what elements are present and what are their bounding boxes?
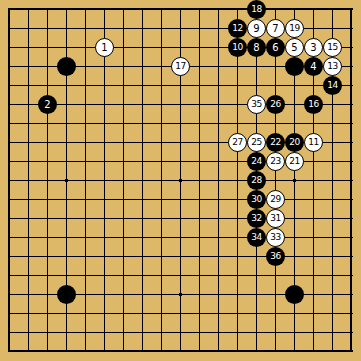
intersection[interactable] [171, 323, 190, 342]
intersection[interactable]: 7 [266, 19, 285, 38]
intersection[interactable] [209, 0, 228, 19]
intersection[interactable] [0, 190, 19, 209]
intersection[interactable]: 12 [228, 19, 247, 38]
intersection[interactable] [38, 171, 57, 190]
intersection[interactable] [323, 114, 342, 133]
intersection[interactable] [152, 228, 171, 247]
intersection[interactable] [285, 228, 304, 247]
intersection[interactable] [19, 304, 38, 323]
intersection[interactable] [228, 304, 247, 323]
intersection[interactable] [133, 228, 152, 247]
intersection[interactable] [95, 114, 114, 133]
intersection[interactable] [114, 342, 133, 361]
intersection[interactable] [228, 190, 247, 209]
intersection[interactable] [133, 171, 152, 190]
intersection[interactable] [209, 342, 228, 361]
intersection[interactable] [114, 0, 133, 19]
intersection[interactable] [19, 228, 38, 247]
intersection[interactable] [228, 342, 247, 361]
intersection[interactable] [76, 323, 95, 342]
intersection[interactable] [285, 76, 304, 95]
intersection[interactable] [152, 171, 171, 190]
intersection[interactable] [342, 57, 361, 76]
intersection[interactable] [228, 247, 247, 266]
intersection[interactable] [342, 171, 361, 190]
intersection[interactable] [76, 342, 95, 361]
intersection[interactable] [171, 38, 190, 57]
intersection[interactable] [19, 133, 38, 152]
intersection[interactable] [304, 0, 323, 19]
intersection[interactable] [38, 323, 57, 342]
intersection[interactable] [323, 285, 342, 304]
intersection[interactable] [0, 247, 19, 266]
intersection[interactable] [57, 323, 76, 342]
intersection[interactable] [95, 342, 114, 361]
intersection[interactable]: 35 [247, 95, 266, 114]
intersection[interactable]: 4 [304, 57, 323, 76]
intersection[interactable] [190, 171, 209, 190]
intersection[interactable] [266, 285, 285, 304]
intersection[interactable] [323, 152, 342, 171]
intersection[interactable] [114, 228, 133, 247]
intersection[interactable] [95, 304, 114, 323]
intersection[interactable]: 17 [171, 57, 190, 76]
intersection[interactable] [304, 342, 323, 361]
intersection[interactable] [57, 57, 76, 76]
intersection[interactable] [323, 19, 342, 38]
intersection[interactable] [342, 228, 361, 247]
intersection[interactable] [171, 285, 190, 304]
intersection[interactable]: 10 [228, 38, 247, 57]
intersection[interactable] [114, 19, 133, 38]
intersection[interactable] [133, 285, 152, 304]
intersection[interactable] [171, 247, 190, 266]
intersection[interactable] [95, 323, 114, 342]
intersection[interactable] [133, 38, 152, 57]
intersection[interactable] [0, 266, 19, 285]
intersection[interactable] [38, 209, 57, 228]
intersection[interactable] [190, 228, 209, 247]
intersection[interactable] [114, 209, 133, 228]
intersection[interactable] [19, 171, 38, 190]
intersection[interactable]: 30 [247, 190, 266, 209]
intersection[interactable]: 25 [247, 133, 266, 152]
intersection[interactable] [0, 342, 19, 361]
intersection[interactable] [95, 57, 114, 76]
intersection[interactable]: 23 [266, 152, 285, 171]
intersection[interactable] [0, 76, 19, 95]
intersection[interactable] [95, 209, 114, 228]
intersection[interactable] [133, 304, 152, 323]
intersection[interactable]: 2 [38, 95, 57, 114]
intersection[interactable] [57, 266, 76, 285]
intersection[interactable] [190, 342, 209, 361]
intersection[interactable] [152, 57, 171, 76]
intersection[interactable] [285, 95, 304, 114]
intersection[interactable] [95, 76, 114, 95]
intersection[interactable] [38, 285, 57, 304]
intersection[interactable] [323, 0, 342, 19]
intersection[interactable] [38, 190, 57, 209]
intersection[interactable] [304, 152, 323, 171]
intersection[interactable] [95, 247, 114, 266]
intersection[interactable] [19, 95, 38, 114]
intersection[interactable] [0, 38, 19, 57]
intersection[interactable] [171, 95, 190, 114]
intersection[interactable] [0, 171, 19, 190]
intersection[interactable] [38, 38, 57, 57]
intersection[interactable] [152, 247, 171, 266]
intersection[interactable] [342, 38, 361, 57]
intersection[interactable] [0, 323, 19, 342]
intersection[interactable] [76, 38, 95, 57]
intersection[interactable] [0, 285, 19, 304]
intersection[interactable] [171, 266, 190, 285]
intersection[interactable] [57, 152, 76, 171]
intersection[interactable]: 18 [247, 0, 266, 19]
intersection[interactable] [190, 0, 209, 19]
intersection[interactable] [133, 114, 152, 133]
intersection[interactable] [228, 95, 247, 114]
intersection[interactable] [114, 95, 133, 114]
intersection[interactable]: 8 [247, 38, 266, 57]
intersection[interactable] [190, 152, 209, 171]
intersection[interactable] [171, 0, 190, 19]
intersection[interactable] [266, 57, 285, 76]
intersection[interactable] [342, 133, 361, 152]
intersection[interactable] [19, 38, 38, 57]
intersection[interactable] [304, 266, 323, 285]
intersection[interactable] [0, 57, 19, 76]
intersection[interactable] [209, 152, 228, 171]
intersection[interactable] [76, 209, 95, 228]
intersection[interactable] [190, 133, 209, 152]
intersection[interactable] [285, 0, 304, 19]
intersection[interactable] [152, 152, 171, 171]
intersection[interactable] [285, 171, 304, 190]
intersection[interactable]: 16 [304, 95, 323, 114]
intersection[interactable] [0, 304, 19, 323]
intersection[interactable] [247, 266, 266, 285]
intersection[interactable] [19, 209, 38, 228]
intersection[interactable] [266, 114, 285, 133]
intersection[interactable] [38, 152, 57, 171]
intersection[interactable] [38, 0, 57, 19]
intersection[interactable] [342, 152, 361, 171]
intersection[interactable] [38, 133, 57, 152]
intersection[interactable] [285, 247, 304, 266]
intersection[interactable] [133, 266, 152, 285]
intersection[interactable] [57, 228, 76, 247]
intersection[interactable] [76, 152, 95, 171]
intersection[interactable] [19, 0, 38, 19]
intersection[interactable] [266, 342, 285, 361]
intersection[interactable] [342, 247, 361, 266]
intersection[interactable] [19, 323, 38, 342]
intersection[interactable] [171, 209, 190, 228]
intersection[interactable] [95, 152, 114, 171]
intersection[interactable] [76, 0, 95, 19]
intersection[interactable] [228, 114, 247, 133]
intersection[interactable] [285, 323, 304, 342]
intersection[interactable] [190, 323, 209, 342]
intersection[interactable] [76, 57, 95, 76]
intersection[interactable] [228, 0, 247, 19]
intersection[interactable]: 31 [266, 209, 285, 228]
intersection[interactable] [76, 19, 95, 38]
intersection[interactable] [209, 76, 228, 95]
intersection[interactable] [209, 247, 228, 266]
intersection[interactable] [247, 323, 266, 342]
intersection[interactable] [133, 95, 152, 114]
intersection[interactable] [133, 209, 152, 228]
intersection[interactable]: 14 [323, 76, 342, 95]
intersection[interactable] [95, 285, 114, 304]
intersection[interactable] [57, 19, 76, 38]
intersection[interactable] [228, 76, 247, 95]
intersection[interactable] [19, 342, 38, 361]
intersection[interactable] [0, 114, 19, 133]
intersection[interactable] [171, 152, 190, 171]
intersection[interactable] [285, 304, 304, 323]
intersection[interactable] [152, 304, 171, 323]
intersection[interactable] [114, 133, 133, 152]
intersection[interactable] [323, 247, 342, 266]
intersection[interactable] [57, 133, 76, 152]
intersection[interactable] [76, 95, 95, 114]
intersection[interactable] [133, 190, 152, 209]
intersection[interactable] [133, 57, 152, 76]
intersection[interactable] [285, 209, 304, 228]
intersection[interactable] [228, 152, 247, 171]
intersection[interactable] [304, 304, 323, 323]
intersection[interactable] [342, 323, 361, 342]
intersection[interactable] [266, 171, 285, 190]
intersection[interactable] [266, 0, 285, 19]
intersection[interactable] [19, 114, 38, 133]
intersection[interactable] [57, 38, 76, 57]
intersection[interactable] [209, 95, 228, 114]
intersection[interactable] [323, 171, 342, 190]
intersection[interactable] [38, 76, 57, 95]
intersection[interactable]: 13 [323, 57, 342, 76]
intersection[interactable] [342, 342, 361, 361]
intersection[interactable] [209, 209, 228, 228]
intersection[interactable] [190, 266, 209, 285]
intersection[interactable] [57, 0, 76, 19]
intersection[interactable] [76, 133, 95, 152]
intersection[interactable] [38, 247, 57, 266]
intersection[interactable] [95, 95, 114, 114]
intersection[interactable] [228, 266, 247, 285]
intersection[interactable] [19, 247, 38, 266]
intersection[interactable] [38, 304, 57, 323]
intersection[interactable] [76, 190, 95, 209]
intersection[interactable] [209, 266, 228, 285]
intersection[interactable] [285, 266, 304, 285]
intersection[interactable] [171, 228, 190, 247]
intersection[interactable] [190, 190, 209, 209]
intersection[interactable] [95, 19, 114, 38]
intersection[interactable] [171, 19, 190, 38]
intersection[interactable] [190, 114, 209, 133]
intersection[interactable] [342, 19, 361, 38]
intersection[interactable] [247, 342, 266, 361]
intersection[interactable] [114, 152, 133, 171]
intersection[interactable] [114, 38, 133, 57]
intersection[interactable] [285, 57, 304, 76]
intersection[interactable] [114, 114, 133, 133]
intersection[interactable] [0, 0, 19, 19]
intersection[interactable] [95, 0, 114, 19]
intersection[interactable] [0, 228, 19, 247]
intersection[interactable] [57, 95, 76, 114]
intersection[interactable] [152, 114, 171, 133]
intersection[interactable]: 21 [285, 152, 304, 171]
intersection[interactable] [95, 133, 114, 152]
intersection[interactable] [342, 76, 361, 95]
intersection[interactable] [323, 304, 342, 323]
intersection[interactable] [76, 228, 95, 247]
intersection[interactable] [247, 304, 266, 323]
intersection[interactable] [304, 76, 323, 95]
intersection[interactable] [304, 285, 323, 304]
intersection[interactable] [19, 57, 38, 76]
intersection[interactable] [266, 266, 285, 285]
intersection[interactable] [57, 342, 76, 361]
intersection[interactable]: 24 [247, 152, 266, 171]
intersection[interactable] [304, 171, 323, 190]
intersection[interactable] [0, 152, 19, 171]
intersection[interactable] [76, 76, 95, 95]
intersection[interactable] [76, 114, 95, 133]
intersection[interactable] [342, 304, 361, 323]
intersection[interactable] [133, 133, 152, 152]
intersection[interactable] [57, 285, 76, 304]
intersection[interactable]: 33 [266, 228, 285, 247]
intersection[interactable] [323, 190, 342, 209]
intersection[interactable]: 32 [247, 209, 266, 228]
intersection[interactable] [209, 285, 228, 304]
intersection[interactable] [323, 209, 342, 228]
intersection[interactable] [304, 228, 323, 247]
intersection[interactable] [323, 323, 342, 342]
intersection[interactable]: 19 [285, 19, 304, 38]
intersection[interactable] [285, 342, 304, 361]
intersection[interactable]: 29 [266, 190, 285, 209]
intersection[interactable] [19, 152, 38, 171]
intersection[interactable]: 34 [247, 228, 266, 247]
intersection[interactable] [171, 304, 190, 323]
intersection[interactable] [19, 76, 38, 95]
intersection[interactable] [323, 133, 342, 152]
intersection[interactable] [304, 19, 323, 38]
intersection[interactable] [19, 285, 38, 304]
intersection[interactable] [190, 247, 209, 266]
intersection[interactable] [152, 76, 171, 95]
intersection[interactable] [76, 266, 95, 285]
intersection[interactable] [190, 209, 209, 228]
intersection[interactable] [285, 114, 304, 133]
intersection[interactable] [209, 114, 228, 133]
intersection[interactable] [266, 304, 285, 323]
intersection[interactable] [228, 209, 247, 228]
intersection[interactable] [323, 228, 342, 247]
intersection[interactable] [38, 57, 57, 76]
intersection[interactable] [323, 95, 342, 114]
intersection[interactable] [171, 190, 190, 209]
intersection[interactable]: 27 [228, 133, 247, 152]
intersection[interactable] [114, 190, 133, 209]
intersection[interactable] [19, 19, 38, 38]
intersection[interactable] [209, 228, 228, 247]
intersection[interactable] [152, 19, 171, 38]
intersection[interactable] [38, 342, 57, 361]
intersection[interactable]: 5 [285, 38, 304, 57]
intersection[interactable] [247, 285, 266, 304]
intersection[interactable] [323, 266, 342, 285]
intersection[interactable]: 1 [95, 38, 114, 57]
intersection[interactable]: 26 [266, 95, 285, 114]
intersection[interactable] [38, 228, 57, 247]
intersection[interactable] [152, 323, 171, 342]
intersection[interactable] [342, 190, 361, 209]
intersection[interactable] [133, 76, 152, 95]
intersection[interactable]: 28 [247, 171, 266, 190]
intersection[interactable] [323, 342, 342, 361]
intersection[interactable] [209, 190, 228, 209]
intersection[interactable] [114, 323, 133, 342]
intersection[interactable] [76, 304, 95, 323]
intersection[interactable] [304, 190, 323, 209]
intersection[interactable] [190, 57, 209, 76]
intersection[interactable] [152, 209, 171, 228]
intersection[interactable] [228, 285, 247, 304]
intersection[interactable] [171, 133, 190, 152]
intersection[interactable] [133, 342, 152, 361]
intersection[interactable] [19, 190, 38, 209]
intersection[interactable] [114, 247, 133, 266]
intersection[interactable] [152, 190, 171, 209]
intersection[interactable] [133, 0, 152, 19]
intersection[interactable] [19, 266, 38, 285]
intersection[interactable] [57, 304, 76, 323]
intersection[interactable] [0, 95, 19, 114]
intersection[interactable] [133, 247, 152, 266]
intersection[interactable] [57, 114, 76, 133]
intersection[interactable] [342, 285, 361, 304]
intersection[interactable] [0, 209, 19, 228]
intersection[interactable] [190, 19, 209, 38]
intersection[interactable] [95, 266, 114, 285]
intersection[interactable] [152, 133, 171, 152]
intersection[interactable] [342, 0, 361, 19]
intersection[interactable] [95, 228, 114, 247]
intersection[interactable] [342, 95, 361, 114]
intersection[interactable] [285, 190, 304, 209]
intersection[interactable] [228, 323, 247, 342]
intersection[interactable] [171, 114, 190, 133]
intersection[interactable] [304, 247, 323, 266]
intersection[interactable] [57, 190, 76, 209]
intersection[interactable] [57, 171, 76, 190]
intersection[interactable] [152, 266, 171, 285]
intersection[interactable]: 3 [304, 38, 323, 57]
intersection[interactable] [133, 152, 152, 171]
intersection[interactable] [171, 171, 190, 190]
intersection[interactable] [247, 247, 266, 266]
intersection[interactable] [190, 304, 209, 323]
